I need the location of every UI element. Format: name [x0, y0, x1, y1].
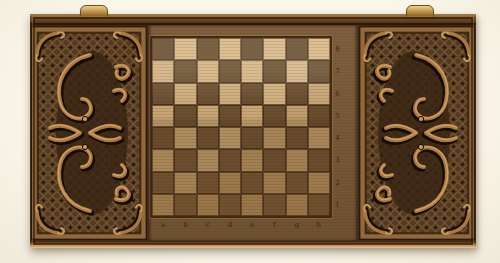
square-h8[interactable] — [308, 38, 330, 60]
rank-label-5: 5 — [332, 105, 343, 127]
square-d5[interactable] — [219, 105, 241, 127]
file-labels: abcdefgh — [152, 219, 330, 232]
square-f3[interactable] — [263, 149, 285, 171]
rank-labels: 87654321 — [332, 38, 343, 216]
square-b6[interactable] — [174, 83, 196, 105]
square-b3[interactable] — [174, 149, 196, 171]
rank-label-6: 6 — [332, 83, 343, 105]
square-e4[interactable] — [241, 127, 263, 149]
square-e5[interactable] — [241, 105, 263, 127]
square-c1[interactable] — [197, 194, 219, 216]
square-e2[interactable] — [241, 172, 263, 194]
square-c2[interactable] — [197, 172, 219, 194]
square-a5[interactable] — [152, 105, 174, 127]
rank-label-1: 1 — [332, 194, 343, 216]
square-c5[interactable] — [197, 105, 219, 127]
square-b7[interactable] — [174, 60, 196, 82]
rank-label-7: 7 — [332, 60, 343, 82]
carved-panel-left — [30, 25, 148, 241]
square-c4[interactable] — [197, 127, 219, 149]
square-b2[interactable] — [174, 172, 196, 194]
rank-label-3: 3 — [332, 149, 343, 171]
file-label-a: a — [152, 219, 174, 232]
square-c6[interactable] — [197, 83, 219, 105]
square-b1[interactable] — [174, 194, 196, 216]
case-lid-face: abcdefgh 87654321 — [30, 25, 476, 241]
hinge-left — [80, 5, 108, 18]
square-a8[interactable] — [152, 38, 174, 60]
file-label-c: c — [197, 219, 219, 232]
square-a6[interactable] — [152, 83, 174, 105]
square-g4[interactable] — [286, 127, 308, 149]
square-e3[interactable] — [241, 149, 263, 171]
file-label-e: e — [241, 219, 263, 232]
square-d1[interactable] — [219, 194, 241, 216]
carved-panel-right — [358, 25, 476, 241]
square-d7[interactable] — [219, 60, 241, 82]
square-h7[interactable] — [308, 60, 330, 82]
file-label-b: b — [174, 219, 196, 232]
square-f4[interactable] — [263, 127, 285, 149]
file-label-g: g — [286, 219, 308, 232]
square-d6[interactable] — [219, 83, 241, 105]
square-e1[interactable] — [241, 194, 263, 216]
file-label-h: h — [308, 219, 330, 232]
square-e7[interactable] — [241, 60, 263, 82]
photo-background: abcdefgh 87654321 — [0, 0, 500, 263]
square-g5[interactable] — [286, 105, 308, 127]
square-a3[interactable] — [152, 149, 174, 171]
case-bottom-rim — [30, 241, 476, 248]
rank-label-8: 8 — [332, 38, 343, 60]
carving-ornament-left — [30, 25, 148, 241]
square-g3[interactable] — [286, 149, 308, 171]
square-h2[interactable] — [308, 172, 330, 194]
square-e8[interactable] — [241, 38, 263, 60]
square-d4[interactable] — [219, 127, 241, 149]
square-c8[interactable] — [197, 38, 219, 60]
square-b8[interactable] — [174, 38, 196, 60]
square-h5[interactable] — [308, 105, 330, 127]
chessboard-area: abcdefgh 87654321 — [148, 25, 358, 241]
square-a4[interactable] — [152, 127, 174, 149]
square-a7[interactable] — [152, 60, 174, 82]
square-d2[interactable] — [219, 172, 241, 194]
square-e6[interactable] — [241, 83, 263, 105]
square-g1[interactable] — [286, 194, 308, 216]
square-a1[interactable] — [152, 194, 174, 216]
square-h4[interactable] — [308, 127, 330, 149]
square-h1[interactable] — [308, 194, 330, 216]
square-f1[interactable] — [263, 194, 285, 216]
square-g8[interactable] — [286, 38, 308, 60]
square-d3[interactable] — [219, 149, 241, 171]
square-a2[interactable] — [152, 172, 174, 194]
square-f8[interactable] — [263, 38, 285, 60]
square-f2[interactable] — [263, 172, 285, 194]
square-b5[interactable] — [174, 105, 196, 127]
square-g7[interactable] — [286, 60, 308, 82]
hinge-right — [406, 5, 434, 18]
square-b4[interactable] — [174, 127, 196, 149]
rank-label-4: 4 — [332, 127, 343, 149]
square-c3[interactable] — [197, 149, 219, 171]
square-g6[interactable] — [286, 83, 308, 105]
chessboard — [152, 38, 330, 216]
square-h6[interactable] — [308, 83, 330, 105]
square-f7[interactable] — [263, 60, 285, 82]
square-d8[interactable] — [219, 38, 241, 60]
file-label-d: d — [219, 219, 241, 232]
square-f6[interactable] — [263, 83, 285, 105]
rank-label-2: 2 — [332, 172, 343, 194]
file-label-f: f — [263, 219, 285, 232]
backgammon-case: abcdefgh 87654321 — [30, 14, 476, 248]
square-f5[interactable] — [263, 105, 285, 127]
square-h3[interactable] — [308, 149, 330, 171]
square-g2[interactable] — [286, 172, 308, 194]
carving-ornament-right — [358, 25, 476, 241]
square-c7[interactable] — [197, 60, 219, 82]
